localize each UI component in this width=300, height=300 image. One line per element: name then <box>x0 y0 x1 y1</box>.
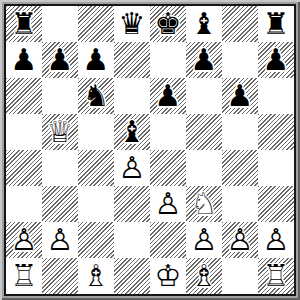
square-a4[interactable] <box>6 150 42 186</box>
black-pawn-icon: ♟♟ <box>222 78 258 114</box>
square-g7[interactable] <box>222 42 258 78</box>
square-c3[interactable] <box>78 186 114 222</box>
black-rook-glyph: ♜ <box>6 6 42 42</box>
square-c7[interactable]: ♟♟ <box>78 42 114 78</box>
white-pawn-icon: ♟♙ <box>222 222 258 258</box>
white-pawn-icon: ♟♙ <box>150 186 186 222</box>
black-pawn-glyph: ♟ <box>186 42 222 78</box>
square-d3[interactable] <box>114 186 150 222</box>
square-g4[interactable] <box>222 150 258 186</box>
square-e1[interactable]: ♚♔ <box>150 258 186 294</box>
square-b6[interactable] <box>42 78 78 114</box>
square-b2[interactable]: ♟♙ <box>42 222 78 258</box>
white-bishop-glyph: ♗ <box>186 258 222 294</box>
square-e7[interactable] <box>150 42 186 78</box>
square-h8[interactable]: ♜♜ <box>258 6 294 42</box>
square-a5[interactable] <box>6 114 42 150</box>
white-bishop-glyph: ♗ <box>78 258 114 294</box>
square-c4[interactable] <box>78 150 114 186</box>
black-knight-glyph: ♞ <box>78 78 114 114</box>
white-rook-glyph: ♖ <box>6 258 42 294</box>
white-queen-glyph: ♕ <box>42 114 78 150</box>
square-f3[interactable]: ♞♘ <box>186 186 222 222</box>
white-pawn-glyph: ♙ <box>258 222 294 258</box>
square-f7[interactable]: ♟♟ <box>186 42 222 78</box>
square-a7[interactable]: ♟♟ <box>6 42 42 78</box>
white-bishop-icon: ♝♗ <box>186 258 222 294</box>
white-rook-icon: ♜♖ <box>6 258 42 294</box>
white-pawn-glyph: ♙ <box>42 222 78 258</box>
square-e2[interactable] <box>150 222 186 258</box>
black-rook-icon: ♜♜ <box>6 6 42 42</box>
square-e4[interactable] <box>150 150 186 186</box>
black-pawn-glyph: ♟ <box>258 42 294 78</box>
white-pawn-icon: ♟♙ <box>6 222 42 258</box>
black-pawn-glyph: ♟ <box>6 42 42 78</box>
black-pawn-icon: ♟♟ <box>6 42 42 78</box>
square-c1[interactable]: ♝♗ <box>78 258 114 294</box>
square-b4[interactable] <box>42 150 78 186</box>
square-c8[interactable] <box>78 6 114 42</box>
black-pawn-glyph: ♟ <box>150 78 186 114</box>
square-a8[interactable]: ♜♜ <box>6 6 42 42</box>
black-king-icon: ♚♚ <box>150 6 186 42</box>
board-frame: ♜♜♛♛♚♚♝♝♜♜♟♟♟♟♟♟♟♟♟♟♞♞♟♟♟♟♛♕♝♝♟♙♟♙♞♘♟♙♟♙… <box>0 0 300 300</box>
square-f4[interactable] <box>186 150 222 186</box>
white-pawn-icon: ♟♙ <box>186 222 222 258</box>
black-king-glyph: ♚ <box>150 6 186 42</box>
square-d2[interactable] <box>114 222 150 258</box>
square-a1[interactable]: ♜♖ <box>6 258 42 294</box>
square-h1[interactable]: ♜♖ <box>258 258 294 294</box>
white-knight-glyph: ♘ <box>186 186 222 222</box>
square-c2[interactable] <box>78 222 114 258</box>
black-rook-icon: ♜♜ <box>258 6 294 42</box>
white-pawn-icon: ♟♙ <box>258 222 294 258</box>
square-g8[interactable] <box>222 6 258 42</box>
black-pawn-icon: ♟♟ <box>42 42 78 78</box>
black-bishop-icon: ♝♝ <box>186 6 222 42</box>
square-b5[interactable]: ♛♕ <box>42 114 78 150</box>
square-h4[interactable] <box>258 150 294 186</box>
square-b3[interactable] <box>42 186 78 222</box>
square-e3[interactable]: ♟♙ <box>150 186 186 222</box>
square-d1[interactable] <box>114 258 150 294</box>
black-pawn-glyph: ♟ <box>78 42 114 78</box>
black-bishop-glyph: ♝ <box>186 6 222 42</box>
white-pawn-glyph: ♙ <box>6 222 42 258</box>
square-g1[interactable] <box>222 258 258 294</box>
square-d8[interactable]: ♛♛ <box>114 6 150 42</box>
black-pawn-icon: ♟♟ <box>150 78 186 114</box>
square-b8[interactable] <box>42 6 78 42</box>
white-pawn-glyph: ♙ <box>150 186 186 222</box>
black-pawn-glyph: ♟ <box>42 42 78 78</box>
square-c6[interactable]: ♞♞ <box>78 78 114 114</box>
black-bishop-icon: ♝♝ <box>114 114 150 150</box>
square-h5[interactable] <box>258 114 294 150</box>
square-a3[interactable] <box>6 186 42 222</box>
white-pawn-icon: ♟♙ <box>42 222 78 258</box>
black-pawn-icon: ♟♟ <box>78 42 114 78</box>
square-f2[interactable]: ♟♙ <box>186 222 222 258</box>
white-knight-icon: ♞♘ <box>186 186 222 222</box>
white-rook-glyph: ♖ <box>258 258 294 294</box>
black-pawn-icon: ♟♟ <box>258 42 294 78</box>
black-bishop-glyph: ♝ <box>114 114 150 150</box>
square-b1[interactable] <box>42 258 78 294</box>
square-f1[interactable]: ♝♗ <box>186 258 222 294</box>
square-g6[interactable]: ♟♟ <box>222 78 258 114</box>
square-c5[interactable] <box>78 114 114 150</box>
square-e5[interactable] <box>150 114 186 150</box>
square-f5[interactable] <box>186 114 222 150</box>
square-a2[interactable]: ♟♙ <box>6 222 42 258</box>
square-b7[interactable]: ♟♟ <box>42 42 78 78</box>
white-king-glyph: ♔ <box>150 258 186 294</box>
square-d6[interactable] <box>114 78 150 114</box>
white-king-icon: ♚♔ <box>150 258 186 294</box>
white-bishop-icon: ♝♗ <box>78 258 114 294</box>
black-rook-glyph: ♜ <box>258 6 294 42</box>
white-pawn-glyph: ♙ <box>222 222 258 258</box>
square-f8[interactable]: ♝♝ <box>186 6 222 42</box>
black-queen-glyph: ♛ <box>114 6 150 42</box>
square-a6[interactable] <box>6 78 42 114</box>
white-pawn-glyph: ♙ <box>186 222 222 258</box>
square-d7[interactable] <box>114 42 150 78</box>
square-h6[interactable] <box>258 78 294 114</box>
square-f6[interactable] <box>186 78 222 114</box>
square-h7[interactable]: ♟♟ <box>258 42 294 78</box>
square-g2[interactable]: ♟♙ <box>222 222 258 258</box>
black-pawn-icon: ♟♟ <box>186 42 222 78</box>
square-e8[interactable]: ♚♚ <box>150 6 186 42</box>
white-rook-icon: ♜♖ <box>258 258 294 294</box>
white-queen-icon: ♛♕ <box>42 114 78 150</box>
black-queen-icon: ♛♛ <box>114 6 150 42</box>
square-h2[interactable]: ♟♙ <box>258 222 294 258</box>
square-g5[interactable] <box>222 114 258 150</box>
square-e6[interactable]: ♟♟ <box>150 78 186 114</box>
white-pawn-icon: ♟♙ <box>114 150 150 186</box>
square-d5[interactable]: ♝♝ <box>114 114 150 150</box>
black-knight-icon: ♞♞ <box>78 78 114 114</box>
square-h3[interactable] <box>258 186 294 222</box>
square-g3[interactable] <box>222 186 258 222</box>
square-d4[interactable]: ♟♙ <box>114 150 150 186</box>
black-pawn-glyph: ♟ <box>222 78 258 114</box>
chess-board: ♜♜♛♛♚♚♝♝♜♜♟♟♟♟♟♟♟♟♟♟♞♞♟♟♟♟♛♕♝♝♟♙♟♙♞♘♟♙♟♙… <box>4 4 296 296</box>
white-pawn-glyph: ♙ <box>114 150 150 186</box>
